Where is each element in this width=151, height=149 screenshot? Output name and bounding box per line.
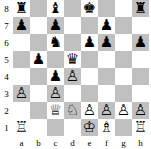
rank-label-7: 7 bbox=[0, 17, 13, 34]
square-b7[interactable] bbox=[30, 17, 47, 34]
square-g8[interactable] bbox=[115, 0, 132, 17]
black-pawn[interactable]: ♟ bbox=[15, 17, 28, 34]
square-g7[interactable] bbox=[115, 17, 132, 34]
square-c2[interactable]: ♕ bbox=[47, 102, 64, 119]
square-g6[interactable] bbox=[115, 34, 132, 51]
file-label-a: a bbox=[13, 136, 30, 149]
rank-label-4: 4 bbox=[0, 68, 13, 85]
white-king[interactable]: ♔ bbox=[83, 119, 96, 136]
square-h3[interactable] bbox=[132, 85, 149, 102]
rank-label-1: 1 bbox=[0, 119, 13, 136]
square-f2[interactable]: ♙ bbox=[98, 102, 115, 119]
square-a1[interactable]: ♖ bbox=[13, 119, 30, 136]
black-pawn[interactable]: ♟ bbox=[49, 17, 62, 34]
square-g4[interactable] bbox=[115, 68, 132, 85]
black-pawn[interactable]: ♟ bbox=[83, 34, 96, 51]
square-g2[interactable]: ♙ bbox=[115, 102, 132, 119]
white-rook[interactable]: ♖ bbox=[15, 119, 28, 136]
square-g3[interactable] bbox=[115, 85, 132, 102]
square-e5[interactable] bbox=[81, 51, 98, 68]
white-pawn[interactable]: ♙ bbox=[83, 102, 96, 119]
square-d5[interactable]: ♛ bbox=[64, 51, 81, 68]
square-c6[interactable]: ♞ bbox=[47, 34, 64, 51]
square-b3[interactable] bbox=[30, 85, 47, 102]
square-a7[interactable]: ♟ bbox=[13, 17, 30, 34]
square-h8[interactable]: ♜ bbox=[132, 0, 149, 17]
square-c1[interactable] bbox=[47, 119, 64, 136]
white-pawn[interactable]: ♙ bbox=[134, 102, 147, 119]
square-c3[interactable]: ♙ bbox=[47, 85, 64, 102]
square-c5[interactable] bbox=[47, 51, 64, 68]
chess-board: 8♜♝♚♜7♟♟♟6♞♟♟♟5♟♛4♟♙3♙♙2♕♘♙♙♙♙1♖♔♗♖abcde… bbox=[0, 0, 149, 149]
square-b2[interactable] bbox=[30, 102, 47, 119]
square-e2[interactable]: ♙ bbox=[81, 102, 98, 119]
square-d1[interactable] bbox=[64, 119, 81, 136]
square-a8[interactable]: ♜ bbox=[13, 0, 30, 17]
square-d2[interactable]: ♘ bbox=[64, 102, 81, 119]
square-b4[interactable] bbox=[30, 68, 47, 85]
rank-label-3: 3 bbox=[0, 85, 13, 102]
square-f8[interactable] bbox=[98, 0, 115, 17]
square-c8[interactable]: ♝ bbox=[47, 0, 64, 17]
square-f3[interactable] bbox=[98, 85, 115, 102]
square-f4[interactable] bbox=[98, 68, 115, 85]
square-e7[interactable] bbox=[81, 17, 98, 34]
white-pawn[interactable]: ♙ bbox=[49, 85, 62, 102]
rank-label-6: 6 bbox=[0, 34, 13, 51]
black-king[interactable]: ♚ bbox=[83, 0, 96, 17]
white-pawn[interactable]: ♙ bbox=[117, 102, 130, 119]
rank-label-8: 8 bbox=[0, 0, 13, 17]
white-bishop[interactable]: ♗ bbox=[100, 119, 113, 136]
file-label-f: f bbox=[98, 136, 115, 149]
square-a6[interactable] bbox=[13, 34, 30, 51]
black-pawn[interactable]: ♟ bbox=[49, 68, 62, 85]
square-d4[interactable]: ♙ bbox=[64, 68, 81, 85]
square-a2[interactable] bbox=[13, 102, 30, 119]
white-pawn[interactable]: ♙ bbox=[15, 85, 28, 102]
square-e1[interactable]: ♔ bbox=[81, 119, 98, 136]
square-g5[interactable] bbox=[115, 51, 132, 68]
square-b8[interactable] bbox=[30, 0, 47, 17]
chess-diagram: 8♜♝♚♜7♟♟♟6♞♟♟♟5♟♛4♟♙3♙♙2♕♘♙♙♙♙1♖♔♗♖abcde… bbox=[0, 0, 151, 149]
square-b1[interactable] bbox=[30, 119, 47, 136]
square-d8[interactable] bbox=[64, 0, 81, 17]
black-bishop[interactable]: ♝ bbox=[49, 0, 62, 17]
square-e3[interactable] bbox=[81, 85, 98, 102]
square-h1[interactable]: ♖ bbox=[132, 119, 149, 136]
square-d6[interactable] bbox=[64, 34, 81, 51]
square-c4[interactable]: ♟ bbox=[47, 68, 64, 85]
square-e6[interactable]: ♟ bbox=[81, 34, 98, 51]
square-d7[interactable] bbox=[64, 17, 81, 34]
square-e8[interactable]: ♚ bbox=[81, 0, 98, 17]
square-h6[interactable]: ♟ bbox=[132, 34, 149, 51]
square-d3[interactable] bbox=[64, 85, 81, 102]
square-a4[interactable] bbox=[13, 68, 30, 85]
white-pawn[interactable]: ♙ bbox=[100, 102, 113, 119]
corner-spacer bbox=[0, 136, 13, 149]
square-f1[interactable]: ♗ bbox=[98, 119, 115, 136]
black-queen[interactable]: ♛ bbox=[66, 51, 79, 68]
file-label-c: c bbox=[47, 136, 64, 149]
black-pawn[interactable]: ♟ bbox=[100, 34, 113, 51]
square-a5[interactable] bbox=[13, 51, 30, 68]
file-label-e: e bbox=[81, 136, 98, 149]
square-h7[interactable] bbox=[132, 17, 149, 34]
black-pawn[interactable]: ♟ bbox=[32, 51, 45, 68]
white-pawn[interactable]: ♙ bbox=[66, 68, 79, 85]
white-queen[interactable]: ♕ bbox=[49, 102, 62, 119]
square-h4[interactable] bbox=[132, 68, 149, 85]
square-b6[interactable] bbox=[30, 34, 47, 51]
black-rook[interactable]: ♜ bbox=[15, 0, 28, 17]
black-knight[interactable]: ♞ bbox=[49, 34, 62, 51]
square-g1[interactable] bbox=[115, 119, 132, 136]
square-h2[interactable]: ♙ bbox=[132, 102, 149, 119]
rank-label-2: 2 bbox=[0, 102, 13, 119]
black-rook[interactable]: ♜ bbox=[134, 0, 147, 17]
file-label-b: b bbox=[30, 136, 47, 149]
file-label-d: d bbox=[64, 136, 81, 149]
white-rook[interactable]: ♖ bbox=[134, 119, 147, 136]
black-pawn[interactable]: ♟ bbox=[134, 34, 147, 51]
white-knight[interactable]: ♘ bbox=[66, 102, 79, 119]
black-pawn[interactable]: ♟ bbox=[100, 17, 113, 34]
square-f6[interactable]: ♟ bbox=[98, 34, 115, 51]
square-h5[interactable] bbox=[132, 51, 149, 68]
square-b5[interactable]: ♟ bbox=[30, 51, 47, 68]
file-label-g: g bbox=[115, 136, 132, 149]
square-e4[interactable] bbox=[81, 68, 98, 85]
rank-label-5: 5 bbox=[0, 51, 13, 68]
square-c7[interactable]: ♟ bbox=[47, 17, 64, 34]
file-label-h: h bbox=[132, 136, 149, 149]
square-f7[interactable]: ♟ bbox=[98, 17, 115, 34]
square-a3[interactable]: ♙ bbox=[13, 85, 30, 102]
square-f5[interactable] bbox=[98, 51, 115, 68]
